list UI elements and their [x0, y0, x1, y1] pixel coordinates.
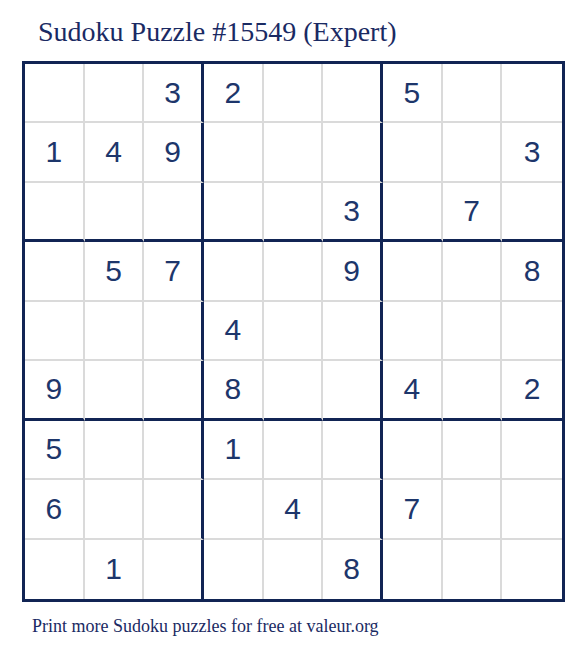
sudoku-cell-given: 4 [383, 361, 443, 420]
sudoku-cell-empty [204, 183, 264, 242]
sudoku-cell-given: 4 [264, 480, 324, 539]
sudoku-cell-empty [264, 361, 324, 420]
sudoku-cell-empty [264, 421, 324, 480]
sudoku-cell-empty [144, 421, 204, 480]
sudoku-cell-empty [443, 540, 503, 599]
footer-text: Print more Sudoku puzzles for free at va… [32, 616, 379, 637]
sudoku-cell-given: 6 [25, 480, 85, 539]
sudoku-cell-given: 7 [443, 183, 503, 242]
sudoku-page: Sudoku Puzzle #15549 (Expert) 3251493375… [0, 0, 580, 651]
sudoku-cell-given: 8 [502, 242, 562, 301]
sudoku-cell-empty [502, 64, 562, 123]
sudoku-cell-empty [443, 302, 503, 361]
sudoku-cell-empty [144, 540, 204, 599]
sudoku-cell-empty [502, 480, 562, 539]
sudoku-cell-empty [502, 421, 562, 480]
sudoku-cell-given: 2 [204, 64, 264, 123]
sudoku-cell-given: 9 [323, 242, 383, 301]
sudoku-cell-empty [383, 421, 443, 480]
sudoku-cell-empty [204, 540, 264, 599]
sudoku-cell-empty [323, 480, 383, 539]
sudoku-cell-empty [383, 242, 443, 301]
sudoku-cell-empty [323, 361, 383, 420]
sudoku-cell-empty [85, 421, 145, 480]
sudoku-cell-empty [323, 421, 383, 480]
sudoku-cell-empty [443, 242, 503, 301]
sudoku-cell-empty [443, 361, 503, 420]
sudoku-cell-given: 4 [85, 123, 145, 182]
sudoku-cell-empty [264, 242, 324, 301]
sudoku-cell-given: 9 [25, 361, 85, 420]
sudoku-cell-empty [85, 183, 145, 242]
sudoku-cell-empty [443, 421, 503, 480]
sudoku-cell-empty [383, 123, 443, 182]
sudoku-cell-empty [144, 302, 204, 361]
sudoku-cell-empty [204, 480, 264, 539]
sudoku-cell-empty [323, 302, 383, 361]
sudoku-cell-empty [25, 183, 85, 242]
sudoku-cell-empty [85, 361, 145, 420]
sudoku-cell-given: 7 [144, 242, 204, 301]
sudoku-cell-empty [25, 302, 85, 361]
sudoku-cell-empty [502, 183, 562, 242]
sudoku-cell-given: 5 [85, 242, 145, 301]
sudoku-cell-empty [264, 540, 324, 599]
sudoku-cell-given: 1 [85, 540, 145, 599]
sudoku-cell-empty [502, 540, 562, 599]
sudoku-cell-given: 3 [323, 183, 383, 242]
sudoku-cell-given: 7 [383, 480, 443, 539]
sudoku-cell-empty [383, 540, 443, 599]
sudoku-cell-empty [144, 480, 204, 539]
sudoku-cell-empty [383, 302, 443, 361]
sudoku-cell-empty [25, 64, 85, 123]
sudoku-cell-given: 1 [204, 421, 264, 480]
sudoku-board: 3251493375798498425164718 [22, 61, 565, 602]
sudoku-cell-empty [85, 64, 145, 123]
page-title: Sudoku Puzzle #15549 (Expert) [38, 17, 397, 48]
sudoku-cell-empty [85, 302, 145, 361]
sudoku-cell-given: 8 [323, 540, 383, 599]
sudoku-cell-empty [443, 480, 503, 539]
sudoku-cell-given: 3 [502, 123, 562, 182]
sudoku-cell-empty [144, 183, 204, 242]
sudoku-cell-given: 5 [383, 64, 443, 123]
sudoku-cell-given: 8 [204, 361, 264, 420]
sudoku-cell-given: 1 [25, 123, 85, 182]
sudoku-cell-empty [204, 242, 264, 301]
sudoku-cell-empty [323, 64, 383, 123]
sudoku-cell-empty [323, 123, 383, 182]
sudoku-cell-empty [502, 302, 562, 361]
sudoku-cell-empty [264, 64, 324, 123]
sudoku-cell-empty [204, 123, 264, 182]
sudoku-cell-given: 5 [25, 421, 85, 480]
sudoku-cell-empty [264, 123, 324, 182]
sudoku-cell-empty [264, 302, 324, 361]
sudoku-cell-given: 9 [144, 123, 204, 182]
sudoku-cell-empty [443, 123, 503, 182]
sudoku-cell-empty [85, 480, 145, 539]
sudoku-cell-empty [25, 540, 85, 599]
sudoku-cell-given: 4 [204, 302, 264, 361]
sudoku-cell-given: 3 [144, 64, 204, 123]
sudoku-cell-empty [25, 242, 85, 301]
sudoku-cell-given: 2 [502, 361, 562, 420]
sudoku-cell-empty [443, 64, 503, 123]
sudoku-cell-empty [144, 361, 204, 420]
sudoku-cell-empty [264, 183, 324, 242]
sudoku-cell-empty [383, 183, 443, 242]
